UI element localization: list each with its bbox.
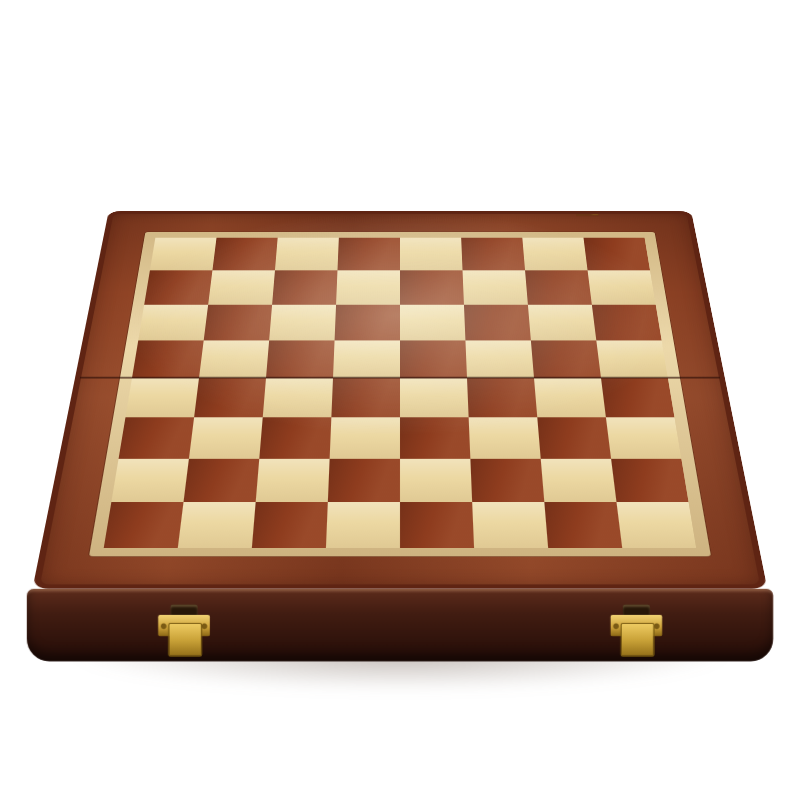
latch-left [158,605,210,655]
pawn-glyph: ♟ [206,205,275,296]
pawn-glyph: ♟ [333,205,402,296]
pawn-glyph: ♟ [397,205,466,296]
pawn-glyph: ♟ [588,205,657,296]
square-c6[interactable] [269,305,336,341]
square-a6[interactable] [138,305,208,341]
chess-board: ♜♞♝♛♚♝♞♜♟♟♟♟♟♟♟♟♟♟♟♟♟♟♟♟♜♞♝♛♚♝♞♜ [32,211,767,589]
square-g6[interactable] [528,305,596,341]
pawn-glyph: ♟ [461,205,530,296]
pawn-glyph: ♟ [270,205,339,296]
rook-glyph: ♜ [611,414,705,537]
latch-hasp-icon [168,623,202,657]
product-photo-scene: ♜♞♝♛♚♝♞♜♟♟♟♟♟♟♟♟♟♟♟♟♟♟♟♟♜♞♝♛♚♝♞♜ [0,0,800,800]
pawn-glyph: ♟ [143,205,212,296]
latch-hasp-icon [621,623,655,657]
box-front-face [27,589,773,661]
front-anchor [27,589,773,661]
square-h6[interactable] [592,305,662,341]
pawn-glyph: ♟ [524,205,593,296]
square-b6[interactable] [204,305,272,341]
latch-right [610,605,662,655]
